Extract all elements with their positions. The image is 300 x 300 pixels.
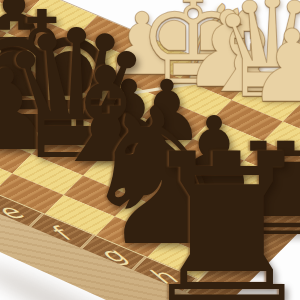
chess-photo-scene: abcdefgh ♝♟♚♛♝♟♟♞♟♜♜♟♚♞♟♝♛♟ <box>0 0 300 300</box>
piece-dark-rook: ♜ <box>135 127 300 300</box>
pieces-layer: ♝♟♚♛♝♟♟♞♟♜♜♟♚♞♟♝♛♟ <box>0 0 300 300</box>
